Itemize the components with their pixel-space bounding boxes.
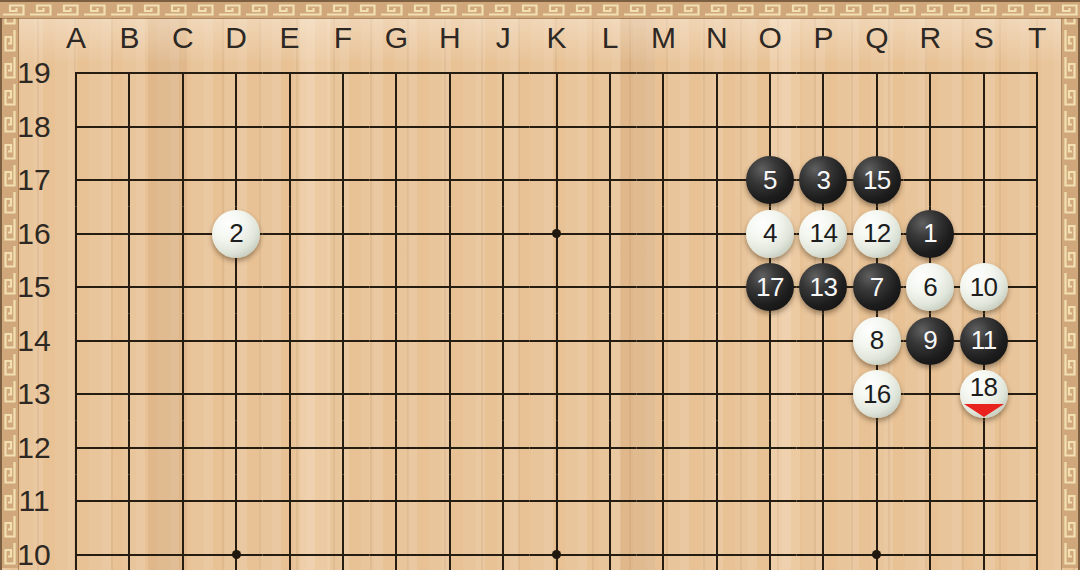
grid-cell[interactable] bbox=[49, 314, 102, 368]
grid-cell[interactable] bbox=[476, 314, 529, 368]
grid-cell[interactable] bbox=[957, 100, 1010, 154]
column-label: K bbox=[537, 18, 577, 58]
move-number: 7 bbox=[870, 272, 884, 303]
grid-cell[interactable] bbox=[316, 528, 369, 570]
column-label: P bbox=[804, 18, 844, 58]
grid-cell[interactable] bbox=[370, 421, 423, 475]
grid-cell[interactable]: 17 bbox=[743, 260, 796, 314]
grid-cell[interactable] bbox=[530, 207, 583, 261]
grid-cell[interactable] bbox=[583, 528, 636, 570]
grid-cell[interactable] bbox=[263, 475, 316, 529]
stone-white: 8 bbox=[853, 317, 901, 365]
column-label: M bbox=[643, 18, 683, 58]
grid-cell[interactable] bbox=[690, 314, 743, 368]
grid-cell[interactable] bbox=[209, 367, 262, 421]
grid-cell[interactable] bbox=[797, 421, 850, 475]
grid-cell[interactable] bbox=[103, 100, 156, 154]
grid-cell[interactable] bbox=[1010, 367, 1063, 421]
grid-cell[interactable] bbox=[743, 528, 796, 570]
row-label: 11 bbox=[14, 481, 54, 521]
move-number: 11 bbox=[971, 325, 997, 356]
grid-cell[interactable]: 15 bbox=[850, 153, 903, 207]
grid-cell[interactable] bbox=[476, 528, 529, 570]
grid-cell[interactable] bbox=[423, 367, 476, 421]
frame-ornament-top bbox=[0, 0, 1080, 19]
grid-cell[interactable] bbox=[476, 100, 529, 154]
grid-cell[interactable] bbox=[370, 207, 423, 261]
grid-cell[interactable] bbox=[156, 153, 209, 207]
grid-cell[interactable]: 5 bbox=[743, 153, 796, 207]
grid-cell[interactable] bbox=[583, 475, 636, 529]
column-label: R bbox=[910, 18, 950, 58]
grid-cell[interactable] bbox=[316, 260, 369, 314]
grid-cell[interactable] bbox=[156, 260, 209, 314]
grid-cell[interactable] bbox=[370, 153, 423, 207]
column-label: F bbox=[323, 18, 363, 58]
grid-cell[interactable] bbox=[957, 475, 1010, 529]
grid-cell[interactable] bbox=[476, 207, 529, 261]
grid-cell[interactable] bbox=[797, 475, 850, 529]
grid-cell[interactable] bbox=[49, 475, 102, 529]
grid-cell[interactable] bbox=[263, 207, 316, 261]
grid-cell[interactable] bbox=[476, 153, 529, 207]
grid-cell[interactable] bbox=[316, 100, 369, 154]
grid-cell[interactable]: 3 bbox=[797, 153, 850, 207]
grid-cell[interactable] bbox=[103, 421, 156, 475]
grid-cell[interactable] bbox=[530, 421, 583, 475]
grid-cell[interactable] bbox=[49, 153, 102, 207]
column-label: J bbox=[483, 18, 523, 58]
grid-cell[interactable] bbox=[316, 475, 369, 529]
grid-cell[interactable] bbox=[476, 260, 529, 314]
grid-cell[interactable] bbox=[743, 367, 796, 421]
grid-cell[interactable] bbox=[743, 475, 796, 529]
column-label: C bbox=[163, 18, 203, 58]
grid-cell[interactable] bbox=[263, 314, 316, 368]
grid-cell[interactable] bbox=[637, 260, 690, 314]
move-number: 10 bbox=[970, 272, 998, 303]
grid-cell[interactable]: 13 bbox=[797, 260, 850, 314]
column-label: A bbox=[56, 18, 96, 58]
stone-white: 6 bbox=[906, 263, 954, 311]
grid-cell[interactable] bbox=[209, 528, 262, 570]
grid-cell[interactable] bbox=[1010, 528, 1063, 570]
row-label: 19 bbox=[14, 53, 54, 93]
grid-cell[interactable] bbox=[156, 314, 209, 368]
stone-black: 5 bbox=[746, 156, 794, 204]
grid-cell[interactable] bbox=[530, 367, 583, 421]
move-number: 12 bbox=[863, 218, 891, 249]
stone-white: 2 bbox=[212, 210, 260, 258]
grid-cell[interactable] bbox=[423, 260, 476, 314]
grid-cell[interactable] bbox=[637, 153, 690, 207]
column-label: N bbox=[697, 18, 737, 58]
stone-black: 15 bbox=[853, 156, 901, 204]
grid-cell[interactable] bbox=[690, 475, 743, 529]
grid-cell[interactable] bbox=[49, 367, 102, 421]
column-label: S bbox=[964, 18, 1004, 58]
grid-cell[interactable]: 11 bbox=[957, 314, 1010, 368]
move-number: 16 bbox=[863, 379, 891, 410]
star-point bbox=[552, 229, 561, 238]
grid-cell[interactable] bbox=[103, 314, 156, 368]
row-label: 16 bbox=[14, 214, 54, 254]
grid-cell[interactable] bbox=[1010, 207, 1063, 261]
last-move-marker-icon bbox=[964, 404, 1004, 417]
grid-cell[interactable] bbox=[316, 421, 369, 475]
grid-cell[interactable] bbox=[370, 528, 423, 570]
stone-black: 13 bbox=[799, 263, 847, 311]
move-number: 3 bbox=[816, 165, 830, 196]
grid-cell[interactable]: 8 bbox=[850, 314, 903, 368]
grid-cell[interactable] bbox=[263, 367, 316, 421]
grid-cell[interactable] bbox=[957, 421, 1010, 475]
grid-cell[interactable] bbox=[797, 367, 850, 421]
grid-cell[interactable] bbox=[423, 100, 476, 154]
grid-cell[interactable] bbox=[690, 100, 743, 154]
column-label: O bbox=[750, 18, 790, 58]
grid-cell[interactable] bbox=[583, 260, 636, 314]
grid-cell[interactable] bbox=[370, 100, 423, 154]
grid-cell[interactable] bbox=[370, 260, 423, 314]
goban: 531524141211713761089111618 ABCDEFGHJKLM… bbox=[0, 0, 1080, 570]
stone-white: 4 bbox=[746, 210, 794, 258]
grid-cell[interactable] bbox=[957, 528, 1010, 570]
stone-white: 14 bbox=[799, 210, 847, 258]
row-label: 13 bbox=[14, 374, 54, 414]
grid-cell[interactable] bbox=[583, 421, 636, 475]
grid-cell[interactable] bbox=[49, 260, 102, 314]
grid-cell[interactable] bbox=[1010, 100, 1063, 154]
grid-cell[interactable] bbox=[797, 528, 850, 570]
grid-cell[interactable] bbox=[904, 475, 957, 529]
grid-cell[interactable] bbox=[49, 421, 102, 475]
grid-cell[interactable] bbox=[583, 314, 636, 368]
grid-cell[interactable] bbox=[423, 153, 476, 207]
stone-white: 12 bbox=[853, 210, 901, 258]
grid-cell[interactable] bbox=[316, 207, 369, 261]
grid-cell[interactable] bbox=[797, 314, 850, 368]
grid-cell[interactable] bbox=[156, 421, 209, 475]
grid-cell[interactable]: 4 bbox=[743, 207, 796, 261]
grid-cell[interactable] bbox=[637, 207, 690, 261]
grid-cell[interactable]: 7 bbox=[850, 260, 903, 314]
grid-cell[interactable] bbox=[156, 528, 209, 570]
grid-cell[interactable] bbox=[316, 153, 369, 207]
stone-white: 16 bbox=[853, 370, 901, 418]
grid-cell[interactable] bbox=[423, 207, 476, 261]
grid-cell[interactable] bbox=[690, 153, 743, 207]
star-point bbox=[872, 550, 881, 559]
grid-cell[interactable] bbox=[209, 100, 262, 154]
meander-pattern-top-icon bbox=[0, 2, 1080, 18]
grid-cell[interactable] bbox=[530, 100, 583, 154]
grid-cell[interactable] bbox=[1010, 260, 1063, 314]
grid-cell[interactable] bbox=[690, 421, 743, 475]
grid-cell[interactable] bbox=[103, 367, 156, 421]
grid-cell[interactable] bbox=[263, 260, 316, 314]
grid-cell[interactable]: 12 bbox=[850, 207, 903, 261]
move-number: 9 bbox=[923, 325, 937, 356]
grid-cell[interactable] bbox=[263, 421, 316, 475]
stone-black: 11 bbox=[960, 317, 1008, 365]
grid-cell[interactable] bbox=[637, 421, 690, 475]
stone-white: 18 bbox=[960, 370, 1008, 418]
grid-cell[interactable] bbox=[637, 528, 690, 570]
grid-cell[interactable] bbox=[209, 153, 262, 207]
grid-cell[interactable] bbox=[797, 100, 850, 154]
grid-cell[interactable] bbox=[904, 528, 957, 570]
grid-cell[interactable] bbox=[263, 100, 316, 154]
grid-cell[interactable] bbox=[904, 367, 957, 421]
grid-cell[interactable] bbox=[156, 100, 209, 154]
column-label: T bbox=[1017, 18, 1057, 58]
meander-pattern-left-icon bbox=[2, 0, 18, 568]
grid-cell[interactable] bbox=[103, 528, 156, 570]
grid-cell[interactable] bbox=[583, 100, 636, 154]
grid-cell[interactable] bbox=[476, 421, 529, 475]
grid-cell[interactable] bbox=[49, 528, 102, 570]
grid-cell[interactable] bbox=[743, 314, 796, 368]
grid-cell[interactable] bbox=[476, 367, 529, 421]
stone-black: 7 bbox=[853, 263, 901, 311]
grid-cell[interactable] bbox=[850, 100, 903, 154]
grid-cell[interactable]: 18 bbox=[957, 367, 1010, 421]
stone-black: 17 bbox=[746, 263, 794, 311]
grid-cell[interactable] bbox=[1010, 475, 1063, 529]
grid-cell[interactable] bbox=[209, 421, 262, 475]
grid-cell[interactable] bbox=[209, 260, 262, 314]
row-label: 14 bbox=[14, 321, 54, 361]
grid-cell[interactable]: 1 bbox=[904, 207, 957, 261]
grid-cell[interactable] bbox=[103, 207, 156, 261]
grid-cell[interactable] bbox=[637, 100, 690, 154]
column-label: G bbox=[376, 18, 416, 58]
stone-black: 9 bbox=[906, 317, 954, 365]
grid-cell[interactable] bbox=[583, 207, 636, 261]
grid-cell[interactable] bbox=[530, 314, 583, 368]
grid-cell[interactable] bbox=[49, 100, 102, 154]
grid-cell[interactable]: 2 bbox=[209, 207, 262, 261]
grid-cell[interactable] bbox=[476, 475, 529, 529]
board-grid[interactable]: 531524141211713761089111618 bbox=[49, 46, 1063, 570]
move-number: 18 bbox=[970, 372, 998, 403]
grid-cell[interactable]: 10 bbox=[957, 260, 1010, 314]
column-label: H bbox=[430, 18, 470, 58]
grid-cell[interactable] bbox=[1010, 153, 1063, 207]
grid-cell[interactable] bbox=[370, 314, 423, 368]
grid-cell[interactable] bbox=[904, 100, 957, 154]
grid-cell[interactable] bbox=[743, 421, 796, 475]
move-number: 15 bbox=[863, 165, 891, 196]
grid-cell[interactable] bbox=[690, 260, 743, 314]
grid-cell[interactable]: 14 bbox=[797, 207, 850, 261]
row-label: 17 bbox=[14, 160, 54, 200]
move-number: 14 bbox=[809, 218, 837, 249]
grid-cell[interactable] bbox=[637, 367, 690, 421]
grid-cell[interactable] bbox=[690, 207, 743, 261]
row-label: 15 bbox=[14, 267, 54, 307]
grid-cell[interactable] bbox=[690, 528, 743, 570]
grid-cell[interactable] bbox=[370, 367, 423, 421]
grid-cell[interactable] bbox=[209, 314, 262, 368]
grid-cell[interactable] bbox=[370, 475, 423, 529]
meander-pattern-right-icon bbox=[1062, 0, 1078, 568]
grid-cell[interactable] bbox=[423, 421, 476, 475]
grid-cell[interactable]: 9 bbox=[904, 314, 957, 368]
column-label: Q bbox=[857, 18, 897, 58]
grid-cell[interactable] bbox=[423, 314, 476, 368]
grid-cell[interactable] bbox=[850, 528, 903, 570]
column-label: L bbox=[590, 18, 630, 58]
grid-cell[interactable] bbox=[156, 207, 209, 261]
grid-cell[interactable] bbox=[103, 153, 156, 207]
move-number: 1 bbox=[923, 218, 937, 249]
column-label: B bbox=[109, 18, 149, 58]
grid-cell[interactable] bbox=[637, 475, 690, 529]
grid-cell[interactable] bbox=[530, 260, 583, 314]
move-number: 13 bbox=[809, 272, 837, 303]
grid-cell[interactable] bbox=[156, 475, 209, 529]
grid-cell[interactable] bbox=[156, 367, 209, 421]
row-label: 18 bbox=[14, 107, 54, 147]
grid-cell[interactable] bbox=[850, 421, 903, 475]
move-number: 2 bbox=[229, 218, 243, 249]
star-point bbox=[552, 550, 561, 559]
grid-cell[interactable] bbox=[316, 314, 369, 368]
grid-cell[interactable] bbox=[423, 475, 476, 529]
grid-cell[interactable] bbox=[209, 475, 262, 529]
grid-cell[interactable] bbox=[850, 475, 903, 529]
grid-cell[interactable] bbox=[957, 153, 1010, 207]
grid-cell[interactable] bbox=[904, 421, 957, 475]
grid-cell[interactable] bbox=[1010, 314, 1063, 368]
grid-cell[interactable] bbox=[1010, 421, 1063, 475]
move-number: 5 bbox=[763, 165, 777, 196]
grid-cell[interactable] bbox=[583, 367, 636, 421]
grid-cell[interactable] bbox=[530, 153, 583, 207]
grid-cell[interactable] bbox=[49, 207, 102, 261]
grid-cell[interactable] bbox=[103, 475, 156, 529]
grid-cell[interactable] bbox=[423, 528, 476, 570]
grid-cell[interactable] bbox=[263, 153, 316, 207]
stone-white: 10 bbox=[960, 263, 1008, 311]
grid-cell[interactable]: 6 bbox=[904, 260, 957, 314]
move-number: 6 bbox=[923, 272, 937, 303]
grid-cell[interactable] bbox=[316, 367, 369, 421]
grid-cell[interactable]: 16 bbox=[850, 367, 903, 421]
column-label: E bbox=[270, 18, 310, 58]
stone-black: 3 bbox=[799, 156, 847, 204]
column-label: D bbox=[216, 18, 256, 58]
row-label: 12 bbox=[14, 428, 54, 468]
move-number: 4 bbox=[763, 218, 777, 249]
frame-ornament-left bbox=[0, 0, 19, 570]
grid-cell[interactable] bbox=[530, 475, 583, 529]
grid-cell[interactable] bbox=[743, 100, 796, 154]
grid-cell[interactable] bbox=[530, 528, 583, 570]
move-number: 17 bbox=[756, 272, 784, 303]
row-label: 10 bbox=[14, 535, 54, 570]
grid-cell[interactable] bbox=[103, 260, 156, 314]
star-point bbox=[232, 550, 241, 559]
stone-black: 1 bbox=[906, 210, 954, 258]
frame-ornament-right bbox=[1061, 0, 1080, 570]
grid-cell[interactable] bbox=[690, 367, 743, 421]
move-number: 8 bbox=[870, 325, 884, 356]
grid-cell[interactable] bbox=[583, 153, 636, 207]
grid-cell[interactable] bbox=[957, 207, 1010, 261]
grid-cell[interactable] bbox=[904, 153, 957, 207]
grid-cell[interactable] bbox=[263, 528, 316, 570]
grid-cell[interactable] bbox=[637, 314, 690, 368]
